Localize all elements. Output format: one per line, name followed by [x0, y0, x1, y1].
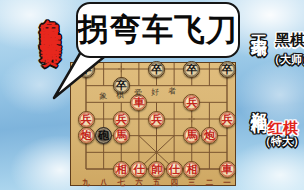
piece-soldier-red[interactable]: 兵 — [113, 111, 130, 128]
rank-title-black: （大师） — [269, 52, 304, 67]
file-label: 八 — [97, 178, 111, 188]
piece-elephant-red[interactable]: 相 — [113, 161, 130, 178]
piece-advisor-red[interactable]: 仕 — [130, 161, 147, 178]
player-name-red: 郑惟桐 — [248, 99, 269, 107]
piece-soldier-black[interactable]: 卒 — [148, 61, 165, 78]
piece-chariot-red[interactable]: 車 — [219, 161, 236, 178]
piece-cannon-red[interactable]: 炮 — [201, 127, 218, 144]
video-thumbnail: 卒卒卒卒卒車兵兵兵兵兵炮砲馬馬炮相仕帥仕相車九八七六五四三二一象棋爱好者 拐弯车… — [0, 0, 304, 190]
piece-cannon-red[interactable]: 炮 — [78, 127, 95, 144]
rank-title-red: （特大） — [260, 134, 304, 149]
event-banner: 象甲联赛季前赛 — [36, 3, 65, 31]
piece-elephant-red[interactable]: 相 — [183, 161, 200, 178]
piece-soldier-red[interactable]: 兵 — [219, 111, 236, 128]
file-label: 九 — [79, 178, 93, 188]
piece-advisor-red[interactable]: 仕 — [166, 161, 183, 178]
piece-horse-red[interactable]: 馬 — [113, 127, 130, 144]
board-watermark: 者 — [168, 85, 177, 96]
file-label: 五 — [150, 178, 164, 188]
piece-king-red[interactable]: 帥 — [148, 161, 165, 178]
file-label: 六 — [132, 178, 146, 188]
file-label: 七 — [114, 178, 128, 188]
board-watermark: 好 — [151, 86, 160, 97]
file-label: 一 — [220, 178, 234, 188]
piece-soldier-red[interactable]: 兵 — [148, 111, 165, 128]
file-label: 三 — [185, 178, 199, 188]
speech-bubble: 拐弯车飞刀 — [76, 2, 240, 58]
piece-soldier-black[interactable]: 卒 — [183, 61, 200, 78]
file-label: 二 — [202, 178, 216, 188]
player-name-black: 王家瑞 — [248, 22, 269, 30]
piece-soldier-red[interactable]: 兵 — [183, 94, 200, 111]
file-label: 四 — [167, 178, 181, 188]
piece-soldier-red[interactable]: 兵 — [78, 111, 95, 128]
board-watermark: 爱 — [133, 88, 142, 99]
side-label-black: 黑棋 — [275, 31, 304, 50]
bubble-title-text: 拐弯车飞刀 — [78, 9, 238, 51]
board-watermark: 棋 — [116, 89, 125, 100]
piece-soldier-black[interactable]: 卒 — [219, 61, 236, 78]
